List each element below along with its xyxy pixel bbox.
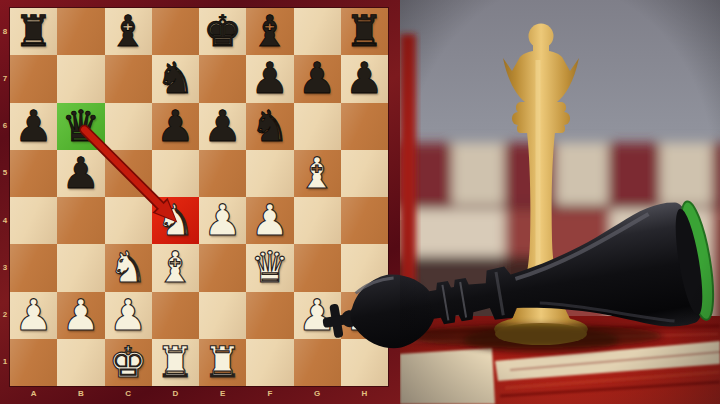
red-board-edge (400, 34, 416, 348)
square-g8[interactable] (294, 8, 341, 55)
black-pawn-g7[interactable]: ♟ (298, 57, 337, 100)
square-g1[interactable] (294, 339, 341, 386)
square-h1[interactable] (341, 339, 388, 386)
square-c8[interactable]: ♝ (105, 8, 152, 55)
black-queen-b6[interactable]: ♛ (62, 105, 101, 148)
foreground-board (400, 316, 720, 404)
blurred-chessboard (396, 143, 720, 342)
white-bishop-g5[interactable]: ♝ (298, 152, 337, 195)
rank-label-2: 2 (0, 310, 10, 319)
black-bishop-f8[interactable]: ♝ (251, 10, 290, 53)
square-a5[interactable] (10, 150, 57, 197)
square-c2[interactable]: ♟ (105, 292, 152, 339)
white-king-c1[interactable]: ♚ (109, 341, 148, 384)
square-g5[interactable]: ♝ (294, 150, 341, 197)
square-g3[interactable] (294, 244, 341, 291)
square-a4[interactable] (10, 197, 57, 244)
file-label-a: A (29, 389, 39, 398)
square-g2[interactable]: ♟ (294, 292, 341, 339)
square-h2[interactable]: ♟ (341, 292, 388, 339)
square-e7[interactable] (199, 55, 246, 102)
square-d1[interactable]: ♜ (152, 339, 199, 386)
file-label-h: H (359, 389, 369, 398)
square-f6[interactable]: ♞ (246, 103, 293, 150)
square-d3[interactable]: ♝ (152, 244, 199, 291)
black-knight-d7[interactable]: ♞ (156, 57, 195, 100)
rank-label-6: 6 (0, 121, 10, 130)
square-d5[interactable] (152, 150, 199, 197)
black-knight-f6[interactable]: ♞ (251, 105, 290, 148)
black-rook-h8[interactable]: ♜ (345, 10, 384, 53)
black-pawn-f7[interactable]: ♟ (251, 57, 290, 100)
square-e8[interactable]: ♚ (199, 8, 246, 55)
square-h5[interactable] (341, 150, 388, 197)
file-label-b: B (76, 389, 86, 398)
black-bishop-c8[interactable]: ♝ (109, 10, 148, 53)
white-knight-d4[interactable]: ♞ (156, 199, 195, 242)
black-pawn-b5[interactable]: ♟ (62, 152, 101, 195)
white-knight-c3[interactable]: ♞ (109, 246, 148, 289)
photo-background (396, 0, 720, 404)
square-f3[interactable]: ♛ (246, 244, 293, 291)
square-f8[interactable]: ♝ (246, 8, 293, 55)
white-pawn-b2[interactable]: ♟ (62, 294, 101, 337)
square-c4[interactable] (105, 197, 152, 244)
square-b5[interactable]: ♟ (57, 150, 104, 197)
queen-shadow (463, 327, 619, 353)
square-h3[interactable] (341, 244, 388, 291)
white-rook-d1[interactable]: ♜ (156, 341, 195, 384)
square-b2[interactable]: ♟ (57, 292, 104, 339)
photo-vignette (400, 0, 720, 404)
file-label-c: C (123, 389, 133, 398)
black-pawn-h7[interactable]: ♟ (345, 57, 384, 100)
white-pawn-g2[interactable]: ♟ (298, 294, 337, 337)
square-a6[interactable]: ♟ (10, 103, 57, 150)
king-shadow (407, 324, 663, 348)
square-f5[interactable] (246, 150, 293, 197)
white-pawn-e4[interactable]: ♟ (203, 199, 242, 242)
white-pawn-h2[interactable]: ♟ (345, 294, 384, 337)
square-c7[interactable] (105, 55, 152, 102)
rank-label-1: 1 (0, 357, 10, 366)
square-d2[interactable] (152, 292, 199, 339)
square-d8[interactable] (152, 8, 199, 55)
rank-label-4: 4 (0, 216, 10, 225)
square-a2[interactable]: ♟ (10, 292, 57, 339)
square-g6[interactable] (294, 103, 341, 150)
square-f1[interactable] (246, 339, 293, 386)
white-pawn-a2[interactable]: ♟ (14, 294, 53, 337)
rank-label-7: 7 (0, 74, 10, 83)
white-rook-e1[interactable]: ♜ (203, 341, 242, 384)
rank-label-3: 3 (0, 263, 10, 272)
square-b7[interactable] (57, 55, 104, 102)
square-b1[interactable] (57, 339, 104, 386)
square-e1[interactable]: ♜ (199, 339, 246, 386)
square-e3[interactable] (199, 244, 246, 291)
square-b6[interactable]: ♛ (57, 103, 104, 150)
black-pawn-a6[interactable]: ♟ (14, 105, 53, 148)
white-bishop-d3[interactable]: ♝ (156, 246, 195, 289)
black-rook-a8[interactable]: ♜ (14, 10, 53, 53)
white-pawn-c2[interactable]: ♟ (109, 294, 148, 337)
square-d7[interactable]: ♞ (152, 55, 199, 102)
square-c3[interactable]: ♞ (105, 244, 152, 291)
white-queen-f3[interactable]: ♛ (251, 246, 290, 289)
square-h4[interactable] (341, 197, 388, 244)
file-label-d: D (170, 389, 180, 398)
square-d4[interactable]: ♞ (152, 197, 199, 244)
rank-label-8: 8 (0, 27, 10, 36)
black-king-e8[interactable]: ♚ (203, 10, 242, 53)
file-label-e: E (218, 389, 228, 398)
square-e2[interactable] (199, 292, 246, 339)
square-a3[interactable] (10, 244, 57, 291)
square-d6[interactable]: ♟ (152, 103, 199, 150)
white-pawn-f4[interactable]: ♟ (251, 199, 290, 242)
file-label-g: G (312, 389, 322, 398)
standing-white-queen (494, 24, 588, 346)
square-g7[interactable]: ♟ (294, 55, 341, 102)
green-felt-base (674, 199, 719, 322)
square-f2[interactable] (246, 292, 293, 339)
thumbnail-canvas: ♜♝♚♝♜♞♟♟♟♟♛♟♟♞♟♝♞♟♟♞♝♛♟♟♟♟♟♚♜♜ 87654321 … (0, 0, 720, 404)
square-f7[interactable]: ♟ (246, 55, 293, 102)
rank-label-5: 5 (0, 168, 10, 177)
square-c5[interactable] (105, 150, 152, 197)
square-h8[interactable]: ♜ (341, 8, 388, 55)
square-f4[interactable]: ♟ (246, 197, 293, 244)
square-e6[interactable]: ♟ (199, 103, 246, 150)
square-b3[interactable] (57, 244, 104, 291)
square-a1[interactable] (10, 339, 57, 386)
file-label-f: F (265, 389, 275, 398)
chess-diagram: ♜♝♚♝♜♞♟♟♟♟♛♟♟♞♟♝♞♟♟♞♝♛♟♟♟♟♟♚♜♜ 87654321 … (0, 0, 400, 404)
square-h7[interactable]: ♟ (341, 55, 388, 102)
square-h6[interactable] (341, 103, 388, 150)
square-g4[interactable] (294, 197, 341, 244)
square-b8[interactable] (57, 8, 104, 55)
board-grid: ♜♝♚♝♜♞♟♟♟♟♛♟♟♞♟♝♞♟♟♞♝♛♟♟♟♟♟♚♜♜ (10, 8, 388, 386)
square-a7[interactable] (10, 55, 57, 102)
square-c6[interactable] (105, 103, 152, 150)
square-b4[interactable] (57, 197, 104, 244)
black-pawn-e6[interactable]: ♟ (203, 105, 242, 148)
square-c1[interactable]: ♚ (105, 339, 152, 386)
square-e5[interactable] (199, 150, 246, 197)
square-e4[interactable]: ♟ (199, 197, 246, 244)
square-a8[interactable]: ♜ (10, 8, 57, 55)
black-pawn-d6[interactable]: ♟ (156, 105, 195, 148)
